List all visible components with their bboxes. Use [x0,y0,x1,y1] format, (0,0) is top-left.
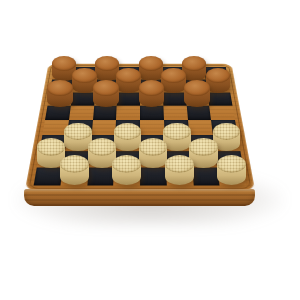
light-piece-glyph: ⛀ [37,138,44,146]
light-piece-e2[interactable]: ⛀ [139,138,167,168]
dark-piece-a6[interactable]: ⛂ [47,80,73,107]
dark-piece-glyph: ⛂ [139,56,146,64]
square-b5[interactable] [69,106,94,120]
square-e4[interactable] [140,120,164,135]
dark-piece-glyph: ⛂ [161,68,168,76]
light-piece-d3[interactable]: ⛀ [114,123,142,152]
dark-piece-d7[interactable]: ⛂ [116,68,141,94]
piece-top: ⛀ [213,123,241,140]
square-d6[interactable] [117,92,140,106]
piece-top: ⛀ [165,155,194,173]
piece-top: ⛂ [184,80,210,96]
light-piece-glyph: ⛀ [114,123,121,131]
square-f6[interactable] [163,92,187,106]
piece-top: ⛀ [114,123,142,140]
square-c5[interactable] [93,106,117,120]
square-h6[interactable] [208,92,233,106]
light-piece-f3[interactable]: ⛀ [163,123,191,152]
light-piece-glyph: ⛀ [112,155,119,163]
square-g1[interactable] [192,168,220,186]
dark-piece-f7[interactable]: ⛂ [161,68,186,94]
square-e5[interactable] [140,106,164,120]
dark-piece-glyph: ⛂ [72,68,79,76]
square-e1[interactable] [140,168,167,186]
dark-piece-g8[interactable]: ⛂ [182,56,206,81]
light-piece-glyph: ⛀ [217,155,224,163]
piece-top: ⛀ [189,138,217,156]
light-piece-glyph: ⛀ [213,123,220,131]
product-photo-stage: ⛂⛂⛂⛂⛂⛂⛂⛂⛂⛂⛂⛂⛀⛀⛀⛀⛀⛀⛀⛀⛀⛀⛀⛀ [0,0,300,300]
square-g5[interactable] [186,106,211,120]
light-piece-b1[interactable]: ⛀ [60,155,89,185]
light-piece-glyph: ⛀ [60,155,67,163]
piece-top: ⛂ [182,56,206,71]
dark-piece-glyph: ⛂ [95,56,102,64]
dark-piece-glyph: ⛂ [116,68,123,76]
light-piece-glyph: ⛀ [64,123,71,131]
light-piece-glyph: ⛀ [88,138,95,146]
light-piece-d1[interactable]: ⛀ [112,155,141,185]
square-h5[interactable] [209,106,235,120]
square-d5[interactable] [116,106,140,120]
piece-layer: ⛂⛂⛂⛂⛂⛂⛂⛂⛂⛂⛂⛂⛀⛀⛀⛀⛀⛀⛀⛀⛀⛀⛀⛀ [0,0,300,300]
square-c4[interactable] [91,120,116,135]
dark-piece-c6[interactable]: ⛂ [93,80,119,107]
square-a5[interactable] [45,106,71,120]
dark-piece-glyph: ⛂ [139,80,146,88]
square-c1[interactable] [87,168,114,186]
piece-top: ⛂ [116,68,141,83]
square-a1[interactable] [34,168,63,186]
board-front-edge [24,189,255,206]
piece-top: ⛂ [93,80,119,96]
dark-piece-e6[interactable]: ⛂ [139,80,165,107]
dark-piece-glyph: ⛂ [47,80,54,88]
light-piece-glyph: ⛀ [189,138,196,146]
light-piece-glyph: ⛀ [139,138,146,146]
light-piece-glyph: ⛀ [165,155,172,163]
light-piece-glyph: ⛀ [163,123,170,131]
piece-top: ⛂ [161,68,186,83]
dark-piece-glyph: ⛂ [182,56,189,64]
square-f5[interactable] [163,106,187,120]
piece-top: ⛀ [163,123,191,140]
light-piece-f1[interactable]: ⛀ [165,155,194,185]
dark-piece-glyph: ⛂ [184,80,191,88]
square-g4[interactable] [188,120,214,135]
light-piece-h1[interactable]: ⛀ [217,155,246,185]
square-b6[interactable] [71,92,95,106]
piece-top: ⛂ [139,56,163,71]
piece-top: ⛀ [139,138,167,156]
dark-piece-g6[interactable]: ⛂ [184,80,210,107]
dark-piece-glyph: ⛂ [52,56,59,64]
dark-piece-glyph: ⛂ [93,80,100,88]
dark-piece-e8[interactable]: ⛂ [139,56,163,81]
piece-top: ⛂ [47,80,73,96]
piece-top: ⛂ [139,80,165,96]
dark-piece-glyph: ⛂ [206,68,213,76]
